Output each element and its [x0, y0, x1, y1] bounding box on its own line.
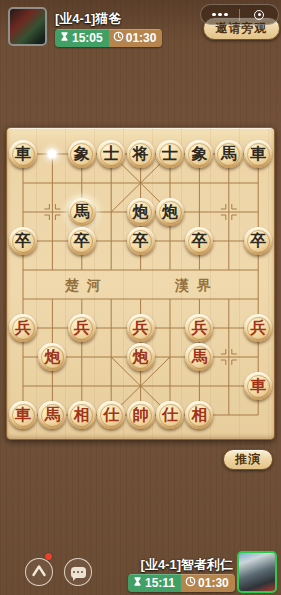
more-dots-icon[interactable]	[201, 13, 239, 17]
river-label-left: 楚河	[65, 277, 109, 295]
piece-black-advisor[interactable]: 士	[97, 140, 125, 168]
piece-red-cannon[interactable]: 炮	[127, 343, 155, 371]
bottom-main-timer-value: 15:11	[145, 576, 175, 590]
piece-red-general[interactable]: 帥	[127, 401, 155, 429]
bottom-main-timer: 15:11	[128, 574, 181, 592]
top-move-timer: 01:30	[109, 29, 163, 47]
bottom-move-timer-value: 01:30	[198, 576, 229, 590]
piece-black-soldier[interactable]: 卒	[68, 227, 96, 255]
piece-red-soldier[interactable]: 兵	[244, 314, 272, 342]
top-move-timer-value: 01:30	[126, 31, 157, 45]
clock-icon	[185, 576, 196, 590]
piece-black-horse[interactable]: 馬	[215, 140, 243, 168]
miniprogram-capsule[interactable]	[200, 4, 279, 25]
piece-black-soldier[interactable]: 卒	[127, 227, 155, 255]
board-grid	[7, 128, 276, 441]
bottom-player-avatar[interactable]	[237, 551, 277, 593]
bottom-move-timer: 01:30	[181, 574, 235, 592]
river-label-right: 漢界	[175, 277, 219, 295]
xiangqi-board[interactable]: 楚河 漢界 車象士将士象馬車馬炮炮卒卒卒卒卒兵兵兵兵兵炮炮馬車車馬相仕帥仕相	[6, 127, 275, 440]
piece-red-soldier[interactable]: 兵	[68, 314, 96, 342]
piece-red-soldier[interactable]: 兵	[127, 314, 155, 342]
top-player-timers: 15:05 01:30	[55, 29, 162, 47]
piece-black-soldier[interactable]: 卒	[244, 227, 272, 255]
hourglass-icon	[59, 31, 70, 45]
simulate-button[interactable]: 推演	[223, 449, 273, 470]
piece-black-general[interactable]: 将	[127, 140, 155, 168]
piece-red-soldier[interactable]: 兵	[9, 314, 37, 342]
chevron-up-logo-icon	[31, 563, 47, 581]
hourglass-icon	[132, 576, 143, 590]
last-move-origin-marker	[48, 150, 56, 158]
piece-black-cannon[interactable]: 炮	[127, 198, 155, 226]
piece-red-chariot[interactable]: 車	[9, 401, 37, 429]
chat-button[interactable]	[64, 558, 92, 586]
bottom-player-timers: 15:11 01:30	[128, 574, 235, 592]
home-logo-button[interactable]	[25, 558, 53, 586]
record-circle-icon[interactable]	[240, 10, 278, 20]
piece-black-soldier[interactable]: 卒	[9, 227, 37, 255]
top-player-name: [业4-1]猫爸	[55, 10, 121, 28]
piece-black-elephant[interactable]: 象	[68, 140, 96, 168]
clock-icon	[113, 31, 124, 45]
chat-bubble-icon	[71, 567, 86, 578]
top-player-avatar[interactable]	[8, 7, 47, 46]
piece-red-advisor[interactable]: 仕	[156, 401, 184, 429]
piece-black-horse[interactable]: 馬	[68, 198, 96, 226]
top-main-timer-value: 15:05	[72, 31, 103, 45]
game-screen: [业4-1]猫爸 15:05 01:30 邀请旁观 楚河 漢界 車象士将士象馬車…	[0, 0, 281, 595]
piece-red-elephant[interactable]: 相	[68, 401, 96, 429]
piece-black-cannon[interactable]: 炮	[156, 198, 184, 226]
bottom-player-name: [业4-1]智者利仁	[141, 556, 233, 574]
piece-black-advisor[interactable]: 士	[156, 140, 184, 168]
piece-red-advisor[interactable]: 仕	[97, 401, 125, 429]
piece-black-chariot[interactable]: 車	[9, 140, 37, 168]
piece-black-chariot[interactable]: 車	[244, 140, 272, 168]
top-main-timer: 15:05	[55, 29, 109, 47]
piece-red-chariot[interactable]: 車	[244, 372, 272, 400]
notification-red-dot-badge	[45, 553, 52, 560]
